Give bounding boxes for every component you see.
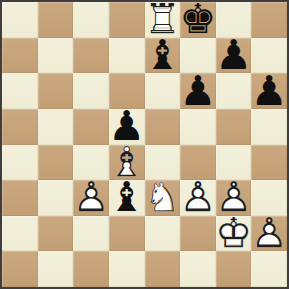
square-h5[interactable]	[251, 109, 287, 145]
square-f3[interactable]: ♟♙	[180, 180, 216, 216]
square-f1[interactable]	[180, 251, 216, 287]
square-shading	[180, 109, 216, 145]
square-e1[interactable]	[145, 251, 181, 287]
square-d6[interactable]	[109, 73, 145, 109]
square-d5[interactable]: ♟	[109, 109, 145, 145]
square-shading	[2, 216, 38, 252]
white-rook-icon: ♜♖	[145, 2, 181, 38]
square-b5[interactable]	[38, 109, 74, 145]
chessboard: ♜♖♚♝♟♟♟♟♝♗♟♙♝♞♘♟♙♟♙♚♔♟♙	[0, 0, 289, 289]
piece-fill-layer: ♝	[109, 145, 145, 181]
square-b1[interactable]	[38, 251, 74, 287]
square-shading	[38, 216, 74, 252]
square-h4[interactable]	[251, 145, 287, 181]
piece-fill-layer: ♟	[73, 180, 109, 216]
square-shading	[2, 145, 38, 181]
square-f7[interactable]	[180, 38, 216, 74]
square-h6[interactable]: ♟	[251, 73, 287, 109]
piece-fill-layer: ♞	[145, 180, 181, 216]
square-shading	[251, 38, 287, 74]
square-f8[interactable]: ♚	[180, 2, 216, 38]
square-shading	[38, 180, 74, 216]
white-knight-icon: ♞♘	[145, 180, 181, 216]
square-shading	[251, 180, 287, 216]
square-shading	[216, 251, 252, 287]
square-shading	[2, 180, 38, 216]
square-shading	[180, 145, 216, 181]
square-d4[interactable]: ♝♗	[109, 145, 145, 181]
square-d3[interactable]: ♝	[109, 180, 145, 216]
square-shading	[38, 2, 74, 38]
square-f4[interactable]	[180, 145, 216, 181]
square-shading	[216, 109, 252, 145]
square-c1[interactable]	[73, 251, 109, 287]
square-g5[interactable]	[216, 109, 252, 145]
square-h2[interactable]: ♟♙	[251, 216, 287, 252]
white-bishop-icon: ♝♗	[109, 145, 145, 181]
square-shading	[145, 73, 181, 109]
square-b2[interactable]	[38, 216, 74, 252]
square-shading	[109, 251, 145, 287]
square-shading	[38, 73, 74, 109]
square-b6[interactable]	[38, 73, 74, 109]
square-f5[interactable]	[180, 109, 216, 145]
piece-fill-layer: ♟	[251, 216, 287, 252]
square-shading	[251, 145, 287, 181]
piece-fill-layer: ♚	[216, 216, 252, 252]
square-shading	[216, 2, 252, 38]
piece-fill-layer: ♜	[145, 2, 181, 38]
white-pawn-icon: ♟♙	[216, 180, 252, 216]
square-shading	[251, 251, 287, 287]
square-shading	[73, 73, 109, 109]
white-king-icon: ♚♔	[216, 216, 252, 252]
piece-outline-layer: ♘	[145, 180, 181, 216]
square-f2[interactable]	[180, 216, 216, 252]
square-e8[interactable]: ♜♖	[145, 2, 181, 38]
square-shading	[38, 251, 74, 287]
piece-outline-layer: ♙	[216, 180, 252, 216]
square-h1[interactable]	[251, 251, 287, 287]
square-shading	[2, 73, 38, 109]
square-shading	[145, 109, 181, 145]
black-bishop-icon: ♝	[109, 180, 145, 216]
square-h8[interactable]	[251, 2, 287, 38]
black-pawn-icon: ♟	[216, 38, 252, 74]
piece-fill-layer: ♟	[180, 73, 216, 109]
black-pawn-icon: ♟	[180, 73, 216, 109]
square-d2[interactable]	[109, 216, 145, 252]
square-a5[interactable]	[2, 109, 38, 145]
square-h7[interactable]	[251, 38, 287, 74]
square-shading	[2, 109, 38, 145]
piece-fill-layer: ♟	[216, 180, 252, 216]
square-c6[interactable]	[73, 73, 109, 109]
piece-outline-layer: ♙	[180, 180, 216, 216]
piece-fill-layer: ♝	[145, 38, 181, 74]
piece-outline-layer: ♖	[145, 2, 181, 38]
square-b7[interactable]	[38, 38, 74, 74]
square-shading	[109, 38, 145, 74]
square-shading	[73, 2, 109, 38]
square-g1[interactable]	[216, 251, 252, 287]
square-shading	[180, 38, 216, 74]
square-g7[interactable]: ♟	[216, 38, 252, 74]
square-shading	[251, 2, 287, 38]
black-pawn-icon: ♟	[251, 73, 287, 109]
piece-fill-layer: ♟	[109, 109, 145, 145]
piece-outline-layer: ♗	[109, 145, 145, 181]
square-shading	[251, 109, 287, 145]
piece-fill-layer: ♟	[180, 180, 216, 216]
black-king-icon: ♚	[180, 2, 216, 38]
square-shading	[38, 38, 74, 74]
square-b3[interactable]	[38, 180, 74, 216]
square-e7[interactable]: ♝	[145, 38, 181, 74]
square-e2[interactable]	[145, 216, 181, 252]
square-c4[interactable]	[73, 145, 109, 181]
piece-fill-layer: ♟	[251, 73, 287, 109]
square-d7[interactable]	[109, 38, 145, 74]
chess-diagram: ♜♖♚♝♟♟♟♟♝♗♟♙♝♞♘♟♙♟♙♚♔♟♙	[0, 0, 289, 289]
square-b4[interactable]	[38, 145, 74, 181]
black-bishop-icon: ♝	[145, 38, 181, 74]
square-shading	[180, 251, 216, 287]
square-a1[interactable]	[2, 251, 38, 287]
square-shading	[2, 251, 38, 287]
square-shading	[73, 38, 109, 74]
square-shading	[145, 145, 181, 181]
piece-outline-layer: ♔	[216, 216, 252, 252]
white-pawn-icon: ♟♙	[180, 180, 216, 216]
square-a8[interactable]	[2, 2, 38, 38]
square-shading	[73, 216, 109, 252]
square-a3[interactable]	[2, 180, 38, 216]
white-pawn-icon: ♟♙	[251, 216, 287, 252]
square-c7[interactable]	[73, 38, 109, 74]
square-shading	[73, 251, 109, 287]
square-shading	[109, 216, 145, 252]
square-shading	[2, 2, 38, 38]
square-e3[interactable]: ♞♘	[145, 180, 181, 216]
square-shading	[73, 145, 109, 181]
square-shading	[38, 145, 74, 181]
piece-outline-layer: ♙	[251, 216, 287, 252]
square-shading	[109, 2, 145, 38]
square-e5[interactable]	[145, 109, 181, 145]
square-c2[interactable]	[73, 216, 109, 252]
square-shading	[180, 216, 216, 252]
square-shading	[216, 73, 252, 109]
square-shading	[145, 251, 181, 287]
white-pawn-icon: ♟♙	[73, 180, 109, 216]
square-g2[interactable]: ♚♔	[216, 216, 252, 252]
square-g6[interactable]	[216, 73, 252, 109]
square-c8[interactable]	[73, 2, 109, 38]
square-shading	[109, 73, 145, 109]
square-g4[interactable]	[216, 145, 252, 181]
square-h3[interactable]	[251, 180, 287, 216]
square-g8[interactable]	[216, 2, 252, 38]
square-g3[interactable]: ♟♙	[216, 180, 252, 216]
square-c3[interactable]: ♟♙	[73, 180, 109, 216]
square-a7[interactable]	[2, 38, 38, 74]
square-c5[interactable]	[73, 109, 109, 145]
square-a4[interactable]	[2, 145, 38, 181]
square-d8[interactable]	[109, 2, 145, 38]
square-f6[interactable]: ♟	[180, 73, 216, 109]
square-a6[interactable]	[2, 73, 38, 109]
piece-fill-layer: ♝	[109, 180, 145, 216]
black-pawn-icon: ♟	[109, 109, 145, 145]
square-e4[interactable]	[145, 145, 181, 181]
square-a2[interactable]	[2, 216, 38, 252]
square-shading	[145, 216, 181, 252]
square-d1[interactable]	[109, 251, 145, 287]
piece-fill-layer: ♟	[216, 38, 252, 74]
square-shading	[38, 109, 74, 145]
square-shading	[2, 38, 38, 74]
square-shading	[216, 145, 252, 181]
square-b8[interactable]	[38, 2, 74, 38]
piece-fill-layer: ♚	[180, 2, 216, 38]
square-e6[interactable]	[145, 73, 181, 109]
piece-outline-layer: ♙	[73, 180, 109, 216]
square-shading	[73, 109, 109, 145]
